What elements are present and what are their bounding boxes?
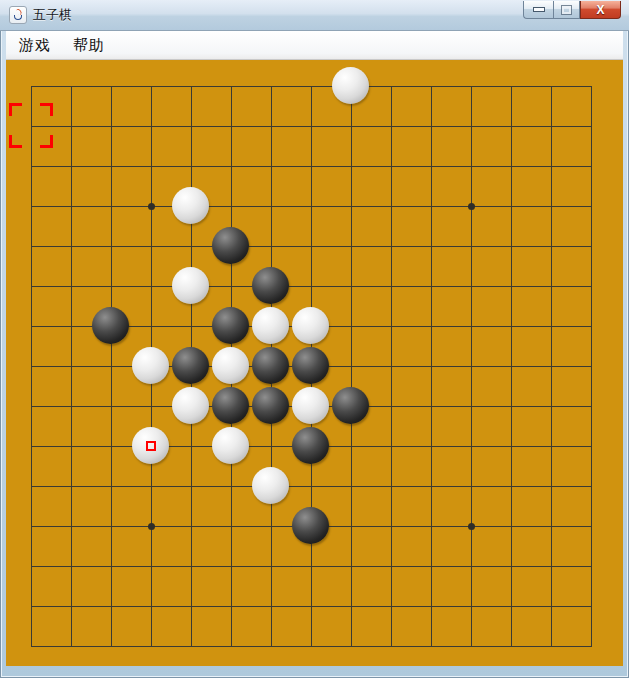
board-cell[interactable] bbox=[491, 226, 531, 266]
board-cell[interactable] bbox=[571, 586, 611, 626]
board-cell[interactable] bbox=[171, 426, 211, 466]
board-cell[interactable] bbox=[571, 506, 611, 546]
board-cell[interactable] bbox=[131, 266, 171, 306]
board-cell[interactable] bbox=[91, 426, 131, 466]
board-cell[interactable] bbox=[251, 506, 291, 546]
board-cell[interactable] bbox=[331, 386, 371, 426]
star-point bbox=[148, 203, 155, 210]
board-cell[interactable] bbox=[171, 346, 211, 386]
board-cell[interactable] bbox=[11, 266, 51, 306]
board-cell[interactable] bbox=[211, 586, 251, 626]
board-cell[interactable] bbox=[251, 266, 291, 306]
board-cell[interactable] bbox=[491, 586, 531, 626]
board-cell[interactable] bbox=[11, 186, 51, 226]
board-cell[interactable] bbox=[451, 546, 491, 586]
board-cell[interactable] bbox=[51, 346, 91, 386]
board-cell[interactable] bbox=[171, 226, 211, 266]
board-cell[interactable] bbox=[411, 346, 451, 386]
board-cell[interactable] bbox=[51, 306, 91, 346]
board-cell[interactable] bbox=[51, 386, 91, 426]
board-cell[interactable] bbox=[371, 66, 411, 106]
board-cell[interactable] bbox=[251, 306, 291, 346]
window-controls: X bbox=[523, 1, 621, 19]
board-cell[interactable] bbox=[331, 306, 371, 346]
black-stone bbox=[332, 387, 369, 424]
board-cell[interactable] bbox=[211, 226, 251, 266]
board-cell[interactable] bbox=[531, 146, 571, 186]
black-stone bbox=[252, 267, 289, 304]
board-cell[interactable] bbox=[331, 426, 371, 466]
board-cell[interactable] bbox=[211, 506, 251, 546]
minimize-button[interactable] bbox=[523, 1, 553, 19]
board-cell[interactable] bbox=[491, 426, 531, 466]
white-stone bbox=[292, 387, 329, 424]
board-cell[interactable] bbox=[331, 186, 371, 226]
white-stone bbox=[292, 307, 329, 344]
board-cell[interactable] bbox=[371, 106, 411, 146]
board-cell[interactable] bbox=[51, 626, 91, 666]
board-cell[interactable] bbox=[411, 586, 451, 626]
board-cell[interactable] bbox=[251, 346, 291, 386]
board-cell[interactable] bbox=[411, 506, 451, 546]
board-cell[interactable] bbox=[331, 506, 371, 546]
star-point bbox=[468, 523, 475, 530]
board-cell[interactable] bbox=[371, 466, 411, 506]
board-cell[interactable] bbox=[451, 506, 491, 546]
board-cell[interactable] bbox=[171, 466, 211, 506]
board-cell[interactable] bbox=[11, 66, 51, 106]
board-cell[interactable] bbox=[91, 506, 131, 546]
board-cell[interactable] bbox=[211, 346, 251, 386]
board-cell[interactable] bbox=[571, 426, 611, 466]
board-cell[interactable] bbox=[371, 306, 411, 346]
board-cell[interactable] bbox=[371, 266, 411, 306]
board-cell[interactable] bbox=[51, 586, 91, 626]
board-cell[interactable] bbox=[371, 586, 411, 626]
board-cell[interactable] bbox=[131, 186, 171, 226]
board-cell[interactable] bbox=[491, 106, 531, 146]
board-cell[interactable] bbox=[371, 426, 411, 466]
board-cell[interactable] bbox=[531, 266, 571, 306]
board-cell[interactable] bbox=[411, 626, 451, 666]
board-cell[interactable] bbox=[531, 346, 571, 386]
white-stone bbox=[172, 387, 209, 424]
board-cell[interactable] bbox=[491, 506, 531, 546]
board-cell[interactable] bbox=[451, 586, 491, 626]
board-cell[interactable] bbox=[51, 186, 91, 226]
board-cell[interactable] bbox=[131, 386, 171, 426]
board-cell[interactable] bbox=[411, 146, 451, 186]
board-cell[interactable] bbox=[371, 386, 411, 426]
board-cell[interactable] bbox=[91, 66, 131, 106]
board-cell[interactable] bbox=[91, 626, 131, 666]
board-cell[interactable] bbox=[531, 426, 571, 466]
board-cell[interactable] bbox=[451, 66, 491, 106]
black-stone bbox=[212, 387, 249, 424]
board-cell[interactable] bbox=[11, 466, 51, 506]
board-cell[interactable] bbox=[171, 266, 211, 306]
board-cell[interactable] bbox=[531, 466, 571, 506]
board-cell[interactable] bbox=[371, 146, 411, 186]
board-cell[interactable] bbox=[91, 586, 131, 626]
board-cell[interactable] bbox=[131, 226, 171, 266]
board-cell[interactable] bbox=[91, 226, 131, 266]
board-cell[interactable] bbox=[291, 546, 331, 586]
board-cell[interactable] bbox=[331, 586, 371, 626]
black-stone bbox=[212, 307, 249, 344]
board-cell[interactable] bbox=[251, 106, 291, 146]
board-cell[interactable] bbox=[251, 386, 291, 426]
board-cell[interactable] bbox=[491, 266, 531, 306]
board-cell[interactable] bbox=[251, 426, 291, 466]
board-cell[interactable] bbox=[531, 386, 571, 426]
board-cell[interactable] bbox=[211, 146, 251, 186]
board-cell[interactable] bbox=[451, 266, 491, 306]
board-cell[interactable] bbox=[291, 466, 331, 506]
board-cell[interactable] bbox=[531, 66, 571, 106]
board-cell[interactable] bbox=[131, 106, 171, 146]
board-cell[interactable] bbox=[291, 586, 331, 626]
board-cell[interactable] bbox=[11, 386, 51, 426]
white-stone bbox=[212, 427, 249, 464]
board-cell[interactable] bbox=[291, 266, 331, 306]
board-cell[interactable] bbox=[251, 546, 291, 586]
board-cell[interactable] bbox=[331, 66, 371, 106]
board-cell[interactable] bbox=[91, 466, 131, 506]
board-cell[interactable] bbox=[491, 306, 531, 346]
board-cell[interactable] bbox=[451, 466, 491, 506]
board-cell[interactable] bbox=[531, 626, 571, 666]
board-cell[interactable] bbox=[51, 546, 91, 586]
maximize-button[interactable] bbox=[553, 1, 580, 19]
board-cell[interactable] bbox=[171, 146, 211, 186]
board-cell[interactable] bbox=[571, 146, 611, 186]
board-cell[interactable] bbox=[451, 226, 491, 266]
board-cell[interactable] bbox=[571, 466, 611, 506]
white-stone bbox=[252, 467, 289, 504]
coffee-cup-shape bbox=[14, 15, 22, 20]
board-cell[interactable] bbox=[491, 146, 531, 186]
board-cell[interactable] bbox=[491, 546, 531, 586]
board-cell[interactable] bbox=[371, 506, 411, 546]
board-cell[interactable] bbox=[331, 626, 371, 666]
board-cell[interactable] bbox=[51, 506, 91, 546]
board-cell[interactable] bbox=[491, 466, 531, 506]
board-cell[interactable] bbox=[571, 66, 611, 106]
close-button[interactable]: X bbox=[580, 1, 621, 19]
board-cell[interactable] bbox=[571, 546, 611, 586]
board-cell[interactable] bbox=[331, 226, 371, 266]
board-cell[interactable] bbox=[291, 186, 331, 226]
board-cell[interactable] bbox=[291, 386, 331, 426]
board-cell[interactable] bbox=[251, 626, 291, 666]
board-cell[interactable] bbox=[331, 266, 371, 306]
board-cell[interactable] bbox=[451, 346, 491, 386]
board-cell[interactable] bbox=[91, 266, 131, 306]
board-cell[interactable] bbox=[11, 546, 51, 586]
board-cell[interactable] bbox=[51, 146, 91, 186]
board-cell[interactable] bbox=[171, 506, 211, 546]
board-cell[interactable] bbox=[171, 386, 211, 426]
board-cell[interactable] bbox=[11, 426, 51, 466]
board-cell[interactable] bbox=[11, 146, 51, 186]
white-stone bbox=[212, 347, 249, 384]
board-cell[interactable] bbox=[171, 306, 211, 346]
board-cell[interactable] bbox=[491, 66, 531, 106]
board-cell[interactable] bbox=[131, 146, 171, 186]
board-cell[interactable] bbox=[411, 66, 451, 106]
board-cell[interactable] bbox=[451, 146, 491, 186]
board-cell[interactable] bbox=[91, 386, 131, 426]
board-cell[interactable] bbox=[11, 106, 51, 146]
board-cell[interactable] bbox=[211, 186, 251, 226]
window-title: 五子棋 bbox=[33, 0, 72, 30]
board-cell[interactable] bbox=[411, 426, 451, 466]
board-cell[interactable] bbox=[131, 346, 171, 386]
black-stone bbox=[292, 427, 329, 464]
board-cell[interactable] bbox=[571, 346, 611, 386]
board-cell[interactable] bbox=[11, 586, 51, 626]
app-window: 五子棋 X 游戏 帮助 bbox=[0, 0, 629, 678]
board-cell[interactable] bbox=[91, 546, 131, 586]
board-cell[interactable] bbox=[91, 306, 131, 346]
board-cell[interactable] bbox=[171, 586, 211, 626]
board-cell[interactable] bbox=[491, 346, 531, 386]
white-stone bbox=[172, 267, 209, 304]
menu-item-game[interactable]: 游戏 bbox=[15, 34, 55, 57]
board-cell[interactable] bbox=[171, 186, 211, 226]
maximize-icon bbox=[562, 6, 571, 14]
board-cell[interactable] bbox=[211, 266, 251, 306]
board-cell[interactable] bbox=[411, 306, 451, 346]
board-cell[interactable] bbox=[11, 226, 51, 266]
board-cell[interactable] bbox=[211, 466, 251, 506]
board-cell[interactable] bbox=[291, 306, 331, 346]
board-cell[interactable] bbox=[51, 66, 91, 106]
black-stone bbox=[92, 307, 129, 344]
board-cell[interactable] bbox=[211, 626, 251, 666]
board-cell[interactable] bbox=[291, 226, 331, 266]
menu-item-help[interactable]: 帮助 bbox=[69, 34, 109, 57]
board-cell[interactable] bbox=[531, 306, 571, 346]
board-cell[interactable] bbox=[51, 226, 91, 266]
star-point bbox=[468, 203, 475, 210]
board-cell[interactable] bbox=[131, 546, 171, 586]
board-cell[interactable] bbox=[371, 626, 411, 666]
menu-bar: 游戏 帮助 bbox=[6, 31, 623, 60]
black-stone bbox=[212, 227, 249, 264]
board-cell[interactable] bbox=[291, 346, 331, 386]
board-cell[interactable] bbox=[91, 186, 131, 226]
board-cell[interactable] bbox=[411, 466, 451, 506]
bracket-corner-top-left bbox=[9, 103, 22, 116]
board-cell[interactable] bbox=[51, 266, 91, 306]
board-cell[interactable] bbox=[51, 106, 91, 146]
board-cell[interactable] bbox=[251, 226, 291, 266]
title-bar: 五子棋 X bbox=[0, 0, 629, 31]
board-cell[interactable] bbox=[491, 626, 531, 666]
board-cell[interactable] bbox=[571, 186, 611, 226]
board-cell[interactable] bbox=[411, 106, 451, 146]
board-cell[interactable] bbox=[211, 106, 251, 146]
board-cell[interactable] bbox=[131, 506, 171, 546]
board-cell[interactable] bbox=[291, 626, 331, 666]
board-cell[interactable] bbox=[211, 66, 251, 106]
white-stone bbox=[252, 307, 289, 344]
board-cell[interactable] bbox=[371, 226, 411, 266]
board-cell[interactable] bbox=[571, 626, 611, 666]
close-icon: X bbox=[596, 4, 604, 16]
black-stone bbox=[252, 347, 289, 384]
board-cell[interactable] bbox=[571, 106, 611, 146]
board-cell[interactable] bbox=[51, 466, 91, 506]
board-cell[interactable] bbox=[451, 426, 491, 466]
board-cell[interactable] bbox=[491, 386, 531, 426]
board-cell[interactable] bbox=[571, 386, 611, 426]
board-cell[interactable] bbox=[531, 186, 571, 226]
board-cell[interactable] bbox=[371, 546, 411, 586]
board-cell[interactable] bbox=[51, 426, 91, 466]
board-cell[interactable] bbox=[211, 386, 251, 426]
board-cell[interactable] bbox=[331, 466, 371, 506]
board-cell[interactable] bbox=[291, 146, 331, 186]
board-cell[interactable] bbox=[371, 346, 411, 386]
board-cell[interactable] bbox=[531, 506, 571, 546]
java-coffee-cup-icon bbox=[9, 6, 27, 24]
board-cell[interactable] bbox=[171, 106, 211, 146]
black-stone bbox=[292, 507, 329, 544]
board-cell[interactable] bbox=[451, 186, 491, 226]
board-grid bbox=[11, 66, 611, 666]
board-cell[interactable] bbox=[331, 346, 371, 386]
board-cell[interactable] bbox=[251, 186, 291, 226]
board-cell[interactable] bbox=[131, 306, 171, 346]
board-cell[interactable] bbox=[571, 226, 611, 266]
board-cell[interactable] bbox=[411, 546, 451, 586]
minimize-icon bbox=[533, 7, 545, 12]
board-cell[interactable] bbox=[331, 106, 371, 146]
board-cell[interactable] bbox=[131, 586, 171, 626]
board-cell[interactable] bbox=[371, 186, 411, 226]
board-cell[interactable] bbox=[331, 146, 371, 186]
board-cell[interactable] bbox=[531, 546, 571, 586]
board-cell[interactable] bbox=[211, 306, 251, 346]
board-cell[interactable] bbox=[211, 546, 251, 586]
last-move-marker bbox=[146, 441, 156, 451]
board-cell[interactable] bbox=[531, 586, 571, 626]
gomoku-board bbox=[6, 60, 623, 666]
board-cell[interactable] bbox=[171, 546, 211, 586]
board-cell[interactable] bbox=[451, 626, 491, 666]
star-point bbox=[148, 523, 155, 530]
board-cell[interactable] bbox=[411, 186, 451, 226]
board-cell[interactable] bbox=[91, 106, 131, 146]
board-cell[interactable] bbox=[571, 306, 611, 346]
board-cell[interactable] bbox=[251, 586, 291, 626]
board-cell[interactable] bbox=[11, 306, 51, 346]
board-cell[interactable] bbox=[531, 106, 571, 146]
white-stone bbox=[172, 187, 209, 224]
board-cell[interactable] bbox=[251, 466, 291, 506]
black-stone bbox=[252, 387, 289, 424]
board-cell[interactable] bbox=[411, 386, 451, 426]
board-cell[interactable] bbox=[131, 66, 171, 106]
white-stone bbox=[132, 347, 169, 384]
board-cell[interactable] bbox=[131, 426, 171, 466]
white-stone bbox=[332, 67, 369, 104]
board-cell[interactable] bbox=[491, 186, 531, 226]
board-cell[interactable] bbox=[451, 386, 491, 426]
board-cell[interactable] bbox=[411, 226, 451, 266]
black-stone bbox=[292, 347, 329, 384]
cursor-bracket-marker bbox=[9, 103, 53, 148]
board-cell[interactable] bbox=[171, 626, 211, 666]
black-stone bbox=[172, 347, 209, 384]
board-cell[interactable] bbox=[331, 546, 371, 586]
board-cell[interactable] bbox=[11, 346, 51, 386]
board-cell[interactable] bbox=[531, 226, 571, 266]
board-cell[interactable] bbox=[291, 426, 331, 466]
board-cell[interactable] bbox=[171, 66, 211, 106]
board-cell[interactable] bbox=[411, 266, 451, 306]
board-cell[interactable] bbox=[131, 466, 171, 506]
board-cell[interactable] bbox=[571, 266, 611, 306]
board-cell[interactable] bbox=[91, 146, 131, 186]
board-cell[interactable] bbox=[131, 626, 171, 666]
board-cell[interactable] bbox=[11, 506, 51, 546]
board-cell[interactable] bbox=[251, 66, 291, 106]
board-cell[interactable] bbox=[291, 506, 331, 546]
board-cell[interactable] bbox=[291, 106, 331, 146]
board-cell[interactable] bbox=[91, 346, 131, 386]
board-cell[interactable] bbox=[451, 106, 491, 146]
board-cell[interactable] bbox=[251, 146, 291, 186]
board-cell[interactable] bbox=[211, 426, 251, 466]
board-cell[interactable] bbox=[11, 626, 51, 666]
board-cell[interactable] bbox=[451, 306, 491, 346]
board-cell[interactable] bbox=[291, 66, 331, 106]
